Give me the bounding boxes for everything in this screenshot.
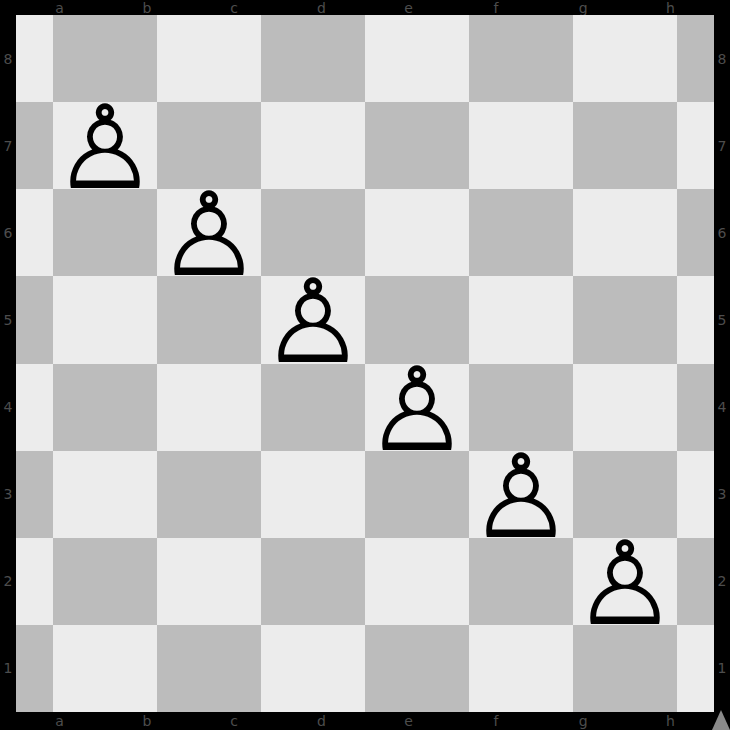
square-g7[interactable]	[573, 102, 677, 189]
square-d5[interactable]: ♙	[261, 276, 365, 363]
square-b3[interactable]	[53, 451, 157, 538]
white-pawn-b7[interactable]: ♙	[53, 104, 157, 191]
square-g4[interactable]	[573, 364, 677, 451]
rank-label-5: 5	[714, 276, 730, 363]
file-label-c: c	[191, 712, 278, 730]
square-a4[interactable]	[16, 364, 53, 451]
file-label-h: h	[627, 712, 714, 730]
square-e7[interactable]	[365, 102, 469, 189]
square-b4[interactable]	[53, 364, 157, 451]
file-label-a: a	[16, 712, 103, 730]
white-pawn-g2[interactable]: ♙	[573, 540, 677, 627]
square-a7[interactable]	[16, 102, 53, 189]
rank-label-8: 8	[0, 15, 16, 102]
square-c2[interactable]	[157, 538, 261, 625]
rank-label-2: 2	[714, 538, 730, 625]
rank-label-1: 1	[0, 625, 16, 712]
square-g2[interactable]: ♙	[573, 538, 677, 625]
rank-labels-left: 87654321	[0, 15, 16, 712]
square-e2[interactable]	[365, 538, 469, 625]
square-a2[interactable]	[16, 538, 53, 625]
rank-label-1: 1	[714, 625, 730, 712]
rank-labels-right: 87654321	[714, 15, 730, 712]
file-label-f: f	[452, 712, 539, 730]
square-d3[interactable]	[261, 451, 365, 538]
square-g5[interactable]	[573, 276, 677, 363]
white-pawn-e4[interactable]: ♙	[365, 366, 469, 453]
square-b2[interactable]	[53, 538, 157, 625]
square-h5[interactable]	[677, 276, 714, 363]
file-label-a: a	[16, 0, 103, 15]
file-label-g: g	[540, 0, 627, 15]
rank-label-6: 6	[714, 189, 730, 276]
square-f7[interactable]	[469, 102, 573, 189]
file-labels-bottom: abcdefgh	[16, 712, 714, 730]
square-a8[interactable]	[16, 15, 53, 102]
square-f3[interactable]: ♙	[469, 451, 573, 538]
square-a6[interactable]	[16, 189, 53, 276]
square-f1[interactable]	[469, 625, 573, 712]
square-b5[interactable]	[53, 276, 157, 363]
square-f6[interactable]	[469, 189, 573, 276]
chess-board: ♙♙♙♙♙♙	[16, 15, 714, 712]
square-c3[interactable]	[157, 451, 261, 538]
file-label-c: c	[191, 0, 278, 15]
square-a5[interactable]	[16, 276, 53, 363]
square-h1[interactable]	[677, 625, 714, 712]
square-d8[interactable]	[261, 15, 365, 102]
square-e6[interactable]	[365, 189, 469, 276]
rank-label-3: 3	[0, 451, 16, 538]
square-e4[interactable]: ♙	[365, 364, 469, 451]
rank-label-8: 8	[714, 15, 730, 102]
rank-label-3: 3	[714, 451, 730, 538]
square-d7[interactable]	[261, 102, 365, 189]
square-c8[interactable]	[157, 15, 261, 102]
rank-label-4: 4	[0, 364, 16, 451]
square-b7[interactable]: ♙	[53, 102, 157, 189]
white-pawn-f3[interactable]: ♙	[469, 453, 573, 540]
rank-label-5: 5	[0, 276, 16, 363]
square-g6[interactable]	[573, 189, 677, 276]
square-c4[interactable]	[157, 364, 261, 451]
square-d1[interactable]	[261, 625, 365, 712]
white-pawn-d5[interactable]: ♙	[261, 278, 365, 365]
square-g8[interactable]	[573, 15, 677, 102]
square-a3[interactable]	[16, 451, 53, 538]
square-h2[interactable]	[677, 538, 714, 625]
square-c6[interactable]: ♙	[157, 189, 261, 276]
file-label-h: h	[627, 0, 714, 15]
file-label-g: g	[540, 712, 627, 730]
file-label-b: b	[103, 712, 190, 730]
file-label-d: d	[278, 0, 365, 15]
file-labels-top: abcdefgh	[16, 0, 714, 15]
rank-label-7: 7	[714, 102, 730, 189]
square-e1[interactable]	[365, 625, 469, 712]
square-c1[interactable]	[157, 625, 261, 712]
file-label-b: b	[103, 0, 190, 15]
rank-label-6: 6	[0, 189, 16, 276]
chess-board-window: abcdefgh 87654321 87654321 abcdefgh ♙♙♙♙…	[0, 0, 730, 730]
rank-label-4: 4	[714, 364, 730, 451]
square-f5[interactable]	[469, 276, 573, 363]
square-a1[interactable]	[16, 625, 53, 712]
square-e8[interactable]	[365, 15, 469, 102]
square-h4[interactable]	[677, 364, 714, 451]
square-h6[interactable]	[677, 189, 714, 276]
rank-label-2: 2	[0, 538, 16, 625]
white-pawn-c6[interactable]: ♙	[157, 191, 261, 278]
square-f8[interactable]	[469, 15, 573, 102]
square-d2[interactable]	[261, 538, 365, 625]
file-label-e: e	[365, 712, 452, 730]
square-h3[interactable]	[677, 451, 714, 538]
file-label-e: e	[365, 0, 452, 15]
rank-label-7: 7	[0, 102, 16, 189]
square-h8[interactable]	[677, 15, 714, 102]
square-h7[interactable]	[677, 102, 714, 189]
resize-grip-icon[interactable]	[712, 710, 730, 730]
file-label-d: d	[278, 712, 365, 730]
square-b1[interactable]	[53, 625, 157, 712]
file-label-f: f	[452, 0, 539, 15]
